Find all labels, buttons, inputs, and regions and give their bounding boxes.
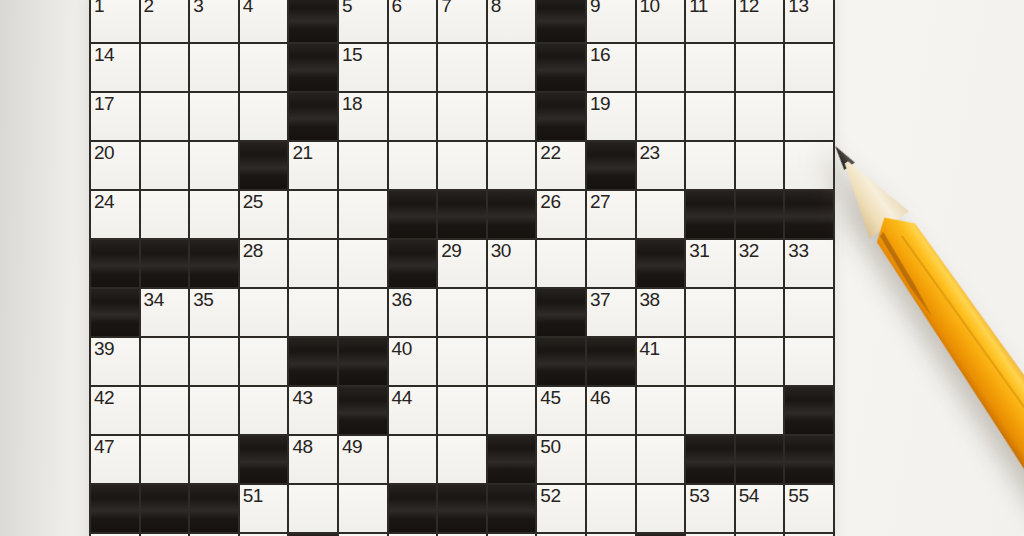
cell-r10c7[interactable]: [389, 436, 437, 483]
cell-r10c3[interactable]: [190, 436, 238, 483]
clue-number: 19: [590, 94, 610, 114]
cell-r5c11[interactable]: 27: [587, 191, 635, 238]
clue-number: 48: [292, 437, 312, 457]
cell-r5c14: [736, 191, 784, 238]
cell-r1c14[interactable]: 12: [736, 0, 784, 42]
clue-number: 2: [144, 0, 154, 16]
cell-r3c12[interactable]: [637, 93, 685, 140]
cell-r2c1[interactable]: 14: [91, 44, 139, 91]
cell-r10c10[interactable]: 50: [537, 436, 585, 483]
cell-r2c8[interactable]: [438, 44, 486, 91]
cell-r3c5: [289, 93, 337, 140]
cell-r7c14[interactable]: [736, 289, 784, 336]
cell-r3c10: [537, 93, 585, 140]
cell-r3c14[interactable]: [736, 93, 784, 140]
cell-r3c11[interactable]: 19: [587, 93, 635, 140]
cell-r5c3[interactable]: [190, 191, 238, 238]
cell-r4c5[interactable]: 21: [289, 142, 337, 189]
cell-r2c2[interactable]: [141, 44, 189, 91]
cell-r10c8[interactable]: [438, 436, 486, 483]
cell-r1c5: [289, 0, 337, 42]
cell-r10c14: [736, 436, 784, 483]
cell-r6c4[interactable]: 28: [240, 240, 288, 287]
cell-r11c5[interactable]: [289, 485, 337, 532]
clue-number: 41: [640, 339, 660, 359]
cell-r10c9: [488, 436, 536, 483]
cell-r5c6[interactable]: [339, 191, 387, 238]
cell-r4c13[interactable]: [686, 142, 734, 189]
cell-r3c1[interactable]: 17: [91, 93, 139, 140]
cell-r10c13: [686, 436, 734, 483]
cell-r7c12[interactable]: 38: [637, 289, 685, 336]
cell-r8c2[interactable]: [141, 338, 189, 385]
cell-r9c7[interactable]: 44: [389, 387, 437, 434]
cell-r11c12[interactable]: [637, 485, 685, 532]
cell-r2c13[interactable]: [686, 44, 734, 91]
cell-r11c13[interactable]: 53: [686, 485, 734, 532]
pencil-painted-body: [860, 201, 1024, 536]
cell-r4c1[interactable]: 20: [91, 142, 139, 189]
clue-number: 52: [540, 486, 560, 506]
cell-r2c5: [289, 44, 337, 91]
clue-number: 15: [342, 45, 362, 65]
cell-r1c4[interactable]: 4: [240, 0, 288, 42]
cell-r2c14[interactable]: [736, 44, 784, 91]
clue-number: 54: [739, 486, 759, 506]
cell-r3c4[interactable]: [240, 93, 288, 140]
cell-r10c2[interactable]: [141, 436, 189, 483]
clue-number: 40: [392, 339, 412, 359]
clue-number: 33: [788, 241, 808, 261]
cell-r6c8[interactable]: 29: [438, 240, 486, 287]
clue-number: 31: [689, 241, 709, 261]
cell-r6c1: [91, 240, 139, 287]
clue-number: 4: [243, 0, 253, 16]
cell-r11c14[interactable]: 54: [736, 485, 784, 532]
cell-r9c8[interactable]: [438, 387, 486, 434]
cell-r8c5: [289, 338, 337, 385]
cell-r10c15: [785, 436, 833, 483]
clue-number: 43: [292, 388, 312, 408]
cell-r7c9[interactable]: [488, 289, 536, 336]
cell-r10c4: [240, 436, 288, 483]
cell-r6c11[interactable]: [587, 240, 635, 287]
clue-number: 35: [193, 290, 213, 310]
cell-r2c4[interactable]: [240, 44, 288, 91]
cell-r3c8[interactable]: [438, 93, 486, 140]
cell-r11c11[interactable]: [587, 485, 635, 532]
cell-r7c4[interactable]: [240, 289, 288, 336]
cell-r9c9[interactable]: [488, 387, 536, 434]
cell-r7c8[interactable]: [438, 289, 486, 336]
cell-r1c3[interactable]: 3: [190, 0, 238, 42]
cell-r9c6: [339, 387, 387, 434]
cell-r9c1[interactable]: 42: [91, 387, 139, 434]
cell-r4c3[interactable]: [190, 142, 238, 189]
clue-number: 37: [590, 290, 610, 310]
cell-r8c6: [339, 338, 387, 385]
cell-r4c2[interactable]: [141, 142, 189, 189]
cell-r11c2: [141, 485, 189, 532]
clue-number: 45: [540, 388, 560, 408]
cell-r8c15[interactable]: [785, 338, 833, 385]
cell-r5c15: [785, 191, 833, 238]
cell-r8c14[interactable]: [736, 338, 784, 385]
cell-r2c9[interactable]: [488, 44, 536, 91]
cell-r5c5[interactable]: [289, 191, 337, 238]
cell-r8c12[interactable]: 41: [637, 338, 685, 385]
cell-r8c3[interactable]: [190, 338, 238, 385]
crossword-photo: 1234567891011121314151617181920212223242…: [0, 0, 1024, 536]
clue-number: 7: [441, 0, 451, 16]
cell-r7c13[interactable]: [686, 289, 734, 336]
clue-number: 14: [94, 45, 114, 65]
clue-number: 51: [243, 486, 263, 506]
cell-r4c7[interactable]: [389, 142, 437, 189]
paper-edge-shadow: [0, 0, 70, 536]
cell-r6c13[interactable]: 31: [686, 240, 734, 287]
pencil-graphic: [809, 128, 1024, 536]
cell-r4c6[interactable]: [339, 142, 387, 189]
cell-r3c7[interactable]: [389, 93, 437, 140]
cell-r7c10: [537, 289, 585, 336]
cell-r7c11[interactable]: 37: [587, 289, 635, 336]
cell-r10c1[interactable]: 47: [91, 436, 139, 483]
clue-number: 27: [590, 192, 610, 212]
cell-r1c12[interactable]: 10: [637, 0, 685, 42]
cell-r6c10[interactable]: [537, 240, 585, 287]
cell-r11c7: [389, 485, 437, 532]
cell-r1c2[interactable]: 2: [141, 0, 189, 42]
clue-number: 18: [342, 94, 362, 114]
cell-r3c2[interactable]: [141, 93, 189, 140]
cell-r2c10: [537, 44, 585, 91]
cell-r11c8: [438, 485, 486, 532]
cell-r9c2[interactable]: [141, 387, 189, 434]
clue-number: 8: [491, 0, 501, 16]
cell-r4c4: [240, 142, 288, 189]
clue-number: 9: [590, 0, 600, 16]
cell-r8c13[interactable]: [686, 338, 734, 385]
cell-r6c3: [190, 240, 238, 287]
clue-number: 22: [540, 143, 560, 163]
clue-number: 26: [540, 192, 560, 212]
cell-r9c14[interactable]: [736, 387, 784, 434]
cell-r6c2: [141, 240, 189, 287]
cell-r6c6[interactable]: [339, 240, 387, 287]
cell-r8c9[interactable]: [488, 338, 536, 385]
clue-number: 32: [739, 241, 759, 261]
cell-r6c5[interactable]: [289, 240, 337, 287]
clue-number: 10: [640, 0, 660, 16]
cell-r8c7[interactable]: 40: [389, 338, 437, 385]
cell-r11c15[interactable]: 55: [785, 485, 833, 532]
clue-number: 34: [144, 290, 164, 310]
cell-r4c10[interactable]: 22: [537, 142, 585, 189]
cell-r7c2[interactable]: 34: [141, 289, 189, 336]
cell-r5c1[interactable]: 24: [91, 191, 139, 238]
cell-r10c12[interactable]: [637, 436, 685, 483]
cell-r2c11[interactable]: 16: [587, 44, 635, 91]
cell-r11c9: [488, 485, 536, 532]
cell-r11c6[interactable]: [339, 485, 387, 532]
cell-r9c11[interactable]: 46: [587, 387, 635, 434]
cell-r7c5[interactable]: [289, 289, 337, 336]
cell-r3c6[interactable]: 18: [339, 93, 387, 140]
cell-r7c3[interactable]: 35: [190, 289, 238, 336]
clue-number: 17: [94, 94, 114, 114]
cell-r2c12[interactable]: [637, 44, 685, 91]
cell-r5c8: [438, 191, 486, 238]
cell-r9c5[interactable]: 43: [289, 387, 337, 434]
cell-r1c1[interactable]: 1: [91, 0, 139, 42]
clue-number: 36: [392, 290, 412, 310]
clue-number: 5: [342, 0, 352, 16]
clue-number: 30: [491, 241, 511, 261]
cell-r11c4[interactable]: 51: [240, 485, 288, 532]
cell-r8c1[interactable]: 39: [91, 338, 139, 385]
cell-r4c9[interactable]: [488, 142, 536, 189]
cell-r1c10: [537, 0, 585, 42]
cell-r1c8[interactable]: 7: [438, 0, 486, 42]
cell-r5c10[interactable]: 26: [537, 191, 585, 238]
clue-number: 29: [441, 241, 461, 261]
cell-r5c7: [389, 191, 437, 238]
cell-r11c3: [190, 485, 238, 532]
clue-number: 55: [788, 486, 808, 506]
cell-r8c10: [537, 338, 585, 385]
cell-r7c6[interactable]: [339, 289, 387, 336]
cell-r6c7: [389, 240, 437, 287]
cell-r7c15[interactable]: [785, 289, 833, 336]
cell-r6c14[interactable]: 32: [736, 240, 784, 287]
cell-r9c10[interactable]: 45: [537, 387, 585, 434]
cell-r1c7[interactable]: 6: [389, 0, 437, 42]
cell-r2c3[interactable]: [190, 44, 238, 91]
cell-r7c1: [91, 289, 139, 336]
cell-r11c1: [91, 485, 139, 532]
cell-r8c4[interactable]: [240, 338, 288, 385]
clue-number: 50: [540, 437, 560, 457]
clue-number: 44: [392, 388, 412, 408]
cell-r10c6[interactable]: 49: [339, 436, 387, 483]
cell-r5c9: [488, 191, 536, 238]
cell-r9c15: [785, 387, 833, 434]
clue-number: 3: [193, 0, 203, 16]
clue-number: 49: [342, 437, 362, 457]
clue-number: 46: [590, 388, 610, 408]
cell-r6c9[interactable]: 30: [488, 240, 536, 287]
cell-r5c4[interactable]: 25: [240, 191, 288, 238]
cell-r11c10[interactable]: 52: [537, 485, 585, 532]
clue-number: 20: [94, 143, 114, 163]
cell-r9c13[interactable]: [686, 387, 734, 434]
cell-r1c6[interactable]: 5: [339, 0, 387, 42]
cell-r4c11: [587, 142, 635, 189]
cell-r9c4[interactable]: [240, 387, 288, 434]
clue-number: 24: [94, 192, 114, 212]
clue-number: 28: [243, 241, 263, 261]
crossword-grid: 1234567891011121314151617181920212223242…: [89, 0, 835, 536]
cell-r4c14[interactable]: [736, 142, 784, 189]
clue-number: 1: [94, 0, 104, 16]
cell-r9c12[interactable]: [637, 387, 685, 434]
cell-r6c12: [637, 240, 685, 287]
cell-r2c7[interactable]: [389, 44, 437, 91]
clue-number: 13: [788, 0, 808, 16]
cell-r1c15[interactable]: 13: [785, 0, 833, 42]
cell-r1c9[interactable]: 8: [488, 0, 536, 42]
cell-r8c8[interactable]: [438, 338, 486, 385]
cell-r2c6[interactable]: 15: [339, 44, 387, 91]
clue-number: 47: [94, 437, 114, 457]
cell-r3c9[interactable]: [488, 93, 536, 140]
cell-r5c12[interactable]: [637, 191, 685, 238]
cell-r8c11: [587, 338, 635, 385]
cell-r5c2[interactable]: [141, 191, 189, 238]
cell-r7c7[interactable]: 36: [389, 289, 437, 336]
clue-number: 39: [94, 339, 114, 359]
cell-r5c13: [686, 191, 734, 238]
cell-r1c11[interactable]: 9: [587, 0, 635, 42]
clue-number: 16: [590, 45, 610, 65]
cell-r9c3[interactable]: [190, 387, 238, 434]
clue-number: 38: [640, 290, 660, 310]
cell-r4c12[interactable]: 23: [637, 142, 685, 189]
cell-r3c13[interactable]: [686, 93, 734, 140]
cell-r3c15[interactable]: [785, 93, 833, 140]
clue-number: 21: [292, 143, 312, 163]
clue-number: 12: [739, 0, 759, 16]
cell-r10c5[interactable]: 48: [289, 436, 337, 483]
clue-number: 11: [689, 0, 708, 16]
clue-number: 23: [640, 143, 660, 163]
cell-r6c15[interactable]: 33: [785, 240, 833, 287]
clue-number: 42: [94, 388, 114, 408]
cell-r10c11[interactable]: [587, 436, 635, 483]
cell-r2c15[interactable]: [785, 44, 833, 91]
clue-number: 6: [392, 0, 402, 16]
cell-r4c8[interactable]: [438, 142, 486, 189]
cell-r1c13[interactable]: 11: [686, 0, 734, 42]
clue-number: 25: [243, 192, 263, 212]
cell-r3c3[interactable]: [190, 93, 238, 140]
clue-number: 53: [689, 486, 709, 506]
